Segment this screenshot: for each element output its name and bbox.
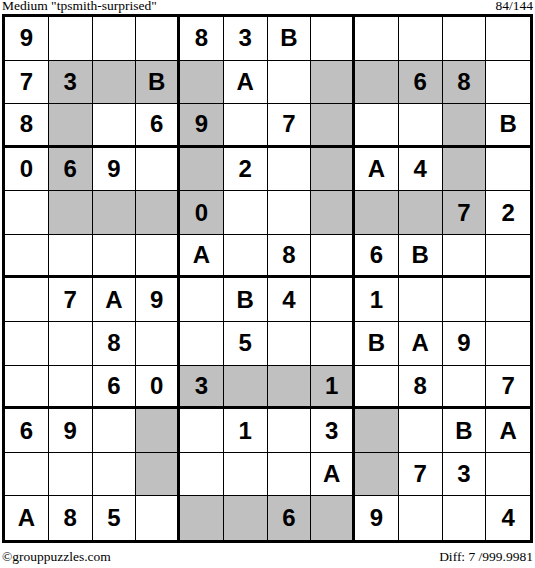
cell-r7c5-empty[interactable]: [180, 278, 224, 322]
cell-r1c11-empty[interactable]: [443, 17, 487, 61]
site-credit: ©grouppuzzles.com: [2, 549, 111, 565]
cell-r6c2-empty[interactable]: [49, 235, 93, 279]
cell-r8c5-empty[interactable]: [180, 322, 224, 366]
cell-r3c7-given: 7: [268, 104, 312, 148]
cell-r3c9-empty[interactable]: [355, 104, 399, 148]
cell-r1c2-empty[interactable]: [49, 17, 93, 61]
cell-r12c10-empty[interactable]: [399, 496, 443, 540]
cell-r10c5-empty[interactable]: [180, 409, 224, 453]
cell-r5c11-given: 7: [443, 191, 487, 235]
cell-r2c3-empty[interactable]: [93, 61, 137, 105]
cell-r3c12-given: B: [486, 104, 530, 148]
cell-r10c8-given: 3: [311, 409, 355, 453]
puzzle-title: Medium "tpsmith-surprised": [2, 0, 157, 14]
cell-r1c6-given: 3: [224, 17, 268, 61]
cell-r7c4-given: 9: [136, 278, 180, 322]
cell-r9c2-empty[interactable]: [49, 366, 93, 410]
cell-r1c10-empty[interactable]: [399, 17, 443, 61]
cell-r10c4-empty[interactable]: [136, 409, 180, 453]
cell-r9c10-given: 8: [399, 366, 443, 410]
cell-r12c6-empty[interactable]: [224, 496, 268, 540]
cell-r4c9-given: A: [355, 148, 399, 192]
cell-r8c3-given: 8: [93, 322, 137, 366]
cell-r12c9-given: 9: [355, 496, 399, 540]
cell-r3c10-empty[interactable]: [399, 104, 443, 148]
cell-r6c4-empty[interactable]: [136, 235, 180, 279]
cell-r5c6-empty[interactable]: [224, 191, 268, 235]
cell-r11c11-given: 3: [443, 453, 487, 497]
cell-r10c1-given: 6: [5, 409, 49, 453]
cell-r2c8-empty[interactable]: [311, 61, 355, 105]
cell-r1c4-empty[interactable]: [136, 17, 180, 61]
cell-r9c6-empty[interactable]: [224, 366, 268, 410]
cell-r8c6-given: 5: [224, 322, 268, 366]
cell-r6c3-empty[interactable]: [93, 235, 137, 279]
cell-r3c5-given: 9: [180, 104, 224, 148]
cell-r6c11-empty[interactable]: [443, 235, 487, 279]
cell-r7c7-given: 4: [268, 278, 312, 322]
cell-r12c1-given: A: [5, 496, 49, 540]
cell-r10c12-given: A: [486, 409, 530, 453]
cell-r7c6-given: B: [224, 278, 268, 322]
cell-r12c4-empty[interactable]: [136, 496, 180, 540]
cell-r9c11-empty[interactable]: [443, 366, 487, 410]
cell-r8c4-empty[interactable]: [136, 322, 180, 366]
cell-r2c9-empty[interactable]: [355, 61, 399, 105]
cell-r10c11-given: B: [443, 409, 487, 453]
cell-r12c2-given: 8: [49, 496, 93, 540]
cell-r1c3-empty[interactable]: [93, 17, 137, 61]
cell-r10c2-given: 9: [49, 409, 93, 453]
cell-r7c3-given: A: [93, 278, 137, 322]
cell-r1c7-given: B: [268, 17, 312, 61]
difficulty-label: Diff: 7 /999.9981: [439, 549, 533, 565]
cell-r4c11-empty[interactable]: [443, 148, 487, 192]
cell-r5c12-given: 2: [486, 191, 530, 235]
cell-r2c4-given: B: [136, 61, 180, 105]
cell-r8c9-given: B: [355, 322, 399, 366]
cell-r2c11-given: 8: [443, 61, 487, 105]
cell-r5c2-empty[interactable]: [49, 191, 93, 235]
cell-r2c2-given: 3: [49, 61, 93, 105]
cell-r4c10-given: 4: [399, 148, 443, 192]
cell-r6c8-empty[interactable]: [311, 235, 355, 279]
cell-r12c7-given: 6: [268, 496, 312, 540]
cell-r2c5-empty[interactable]: [180, 61, 224, 105]
cell-r9c5-given: 3: [180, 366, 224, 410]
cell-r11c12-empty[interactable]: [486, 453, 530, 497]
cell-r3c6-empty[interactable]: [224, 104, 268, 148]
cell-r8c10-given: A: [399, 322, 443, 366]
cell-r7c1-empty[interactable]: [5, 278, 49, 322]
cell-r6c7-given: 8: [268, 235, 312, 279]
cell-r6c12-empty[interactable]: [486, 235, 530, 279]
cell-r11c1-empty[interactable]: [5, 453, 49, 497]
cell-r6c5-given: A: [180, 235, 224, 279]
cell-r2c1-given: 7: [5, 61, 49, 105]
cell-r2c10-given: 6: [399, 61, 443, 105]
cell-r3c8-empty[interactable]: [311, 104, 355, 148]
cell-r9c7-empty[interactable]: [268, 366, 312, 410]
cell-r7c11-empty[interactable]: [443, 278, 487, 322]
cell-r12c12-given: 4: [486, 496, 530, 540]
cell-r7c10-empty[interactable]: [399, 278, 443, 322]
cell-r4c5-empty[interactable]: [180, 148, 224, 192]
sudoku-board: 983B73BA688697B0692A4072A86B7A9B4185BA96…: [2, 14, 533, 543]
cell-r7c8-empty[interactable]: [311, 278, 355, 322]
cell-r11c6-empty[interactable]: [224, 453, 268, 497]
cell-r12c8-empty[interactable]: [311, 496, 355, 540]
cell-r4c1-given: 0: [5, 148, 49, 192]
cell-r9c9-empty[interactable]: [355, 366, 399, 410]
empty-cell-counter: 84/144: [495, 0, 533, 14]
cell-r7c9-given: 1: [355, 278, 399, 322]
cell-r9c4-given: 0: [136, 366, 180, 410]
cell-r3c4-given: 6: [136, 104, 180, 148]
cell-r7c12-empty[interactable]: [486, 278, 530, 322]
cell-r5c1-empty[interactable]: [5, 191, 49, 235]
cell-r2c6-given: A: [224, 61, 268, 105]
cell-r11c10-given: 7: [399, 453, 443, 497]
cell-r5c5-given: 0: [180, 191, 224, 235]
cell-r8c1-empty[interactable]: [5, 322, 49, 366]
cell-r12c11-empty[interactable]: [443, 496, 487, 540]
cell-r10c9-empty[interactable]: [355, 409, 399, 453]
cell-r11c5-empty[interactable]: [180, 453, 224, 497]
cell-r2c12-empty[interactable]: [486, 61, 530, 105]
cell-r3c1-given: 8: [5, 104, 49, 148]
cell-r8c11-given: 9: [443, 322, 487, 366]
cell-r5c7-empty[interactable]: [268, 191, 312, 235]
cell-r3c3-empty[interactable]: [93, 104, 137, 148]
cell-r1c1-given: 9: [5, 17, 49, 61]
cell-r2c7-empty[interactable]: [268, 61, 312, 105]
cell-r1c9-empty[interactable]: [355, 17, 399, 61]
cell-r11c8-given: A: [311, 453, 355, 497]
cell-r8c2-empty[interactable]: [49, 322, 93, 366]
cell-r9c8-given: 1: [311, 366, 355, 410]
cell-r4c12-empty[interactable]: [486, 148, 530, 192]
cell-r5c8-empty[interactable]: [311, 191, 355, 235]
cell-r3c11-empty[interactable]: [443, 104, 487, 148]
cell-r11c4-empty[interactable]: [136, 453, 180, 497]
cell-r9c1-empty[interactable]: [5, 366, 49, 410]
cell-r6c10-given: B: [399, 235, 443, 279]
cell-r6c1-empty[interactable]: [5, 235, 49, 279]
cell-r5c9-empty[interactable]: [355, 191, 399, 235]
cell-r10c3-empty[interactable]: [93, 409, 137, 453]
cell-r6c9-given: 6: [355, 235, 399, 279]
cell-r8c12-empty[interactable]: [486, 322, 530, 366]
cell-r4c3-given: 9: [93, 148, 137, 192]
cell-r12c5-empty[interactable]: [180, 496, 224, 540]
cell-r8c8-empty[interactable]: [311, 322, 355, 366]
cell-r11c9-empty[interactable]: [355, 453, 399, 497]
cell-r5c3-empty[interactable]: [93, 191, 137, 235]
cell-r4c2-given: 6: [49, 148, 93, 192]
cell-r7c2-given: 7: [49, 278, 93, 322]
cell-r5c4-empty[interactable]: [136, 191, 180, 235]
cell-r9c3-given: 6: [93, 366, 137, 410]
cell-r3c2-empty[interactable]: [49, 104, 93, 148]
cell-r8c7-empty[interactable]: [268, 322, 312, 366]
cell-r12c3-given: 5: [93, 496, 137, 540]
cell-r10c6-given: 1: [224, 409, 268, 453]
cell-r11c3-empty[interactable]: [93, 453, 137, 497]
cell-r11c2-empty[interactable]: [49, 453, 93, 497]
cell-r5c10-empty[interactable]: [399, 191, 443, 235]
cell-r1c5-given: 8: [180, 17, 224, 61]
cell-r11c7-empty[interactable]: [268, 453, 312, 497]
cell-r4c4-empty[interactable]: [136, 148, 180, 192]
cell-r4c7-empty[interactable]: [268, 148, 312, 192]
cell-r1c8-empty[interactable]: [311, 17, 355, 61]
cell-r4c6-given: 2: [224, 148, 268, 192]
cell-r4c8-empty[interactable]: [311, 148, 355, 192]
cell-r1c12-empty[interactable]: [486, 17, 530, 61]
cell-r10c7-empty[interactable]: [268, 409, 312, 453]
cell-r9c12-given: 7: [486, 366, 530, 410]
cell-r6c6-empty[interactable]: [224, 235, 268, 279]
cell-r10c10-empty[interactable]: [399, 409, 443, 453]
